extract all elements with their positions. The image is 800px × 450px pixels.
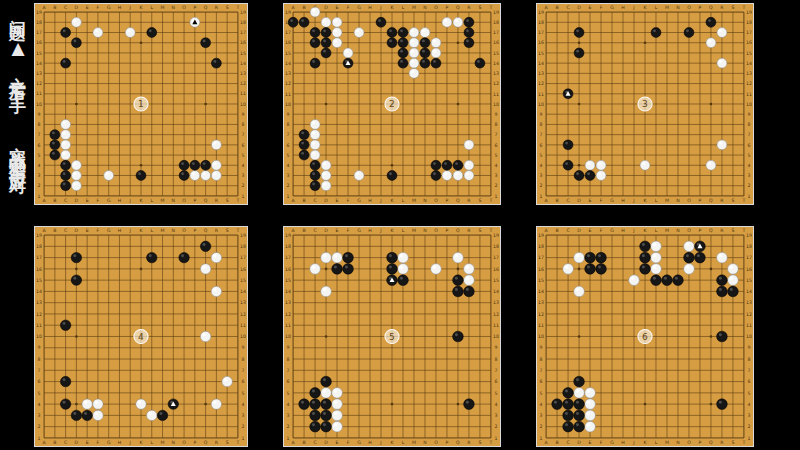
- svg-text:J: J: [632, 228, 634, 233]
- svg-text:7: 7: [540, 132, 543, 137]
- svg-text:5: 5: [287, 391, 290, 396]
- svg-text:15: 15: [240, 278, 246, 283]
- svg-text:E: E: [336, 5, 339, 10]
- svg-text:15: 15: [285, 278, 291, 283]
- svg-text:E: E: [589, 440, 592, 445]
- svg-text:H: H: [368, 5, 372, 10]
- svg-text:11: 11: [746, 323, 752, 328]
- svg-text:9: 9: [287, 112, 290, 117]
- svg-text:8: 8: [494, 122, 497, 127]
- svg-text:2: 2: [747, 424, 750, 429]
- svg-text:G: G: [107, 440, 111, 445]
- svg-text:8: 8: [747, 122, 750, 127]
- problem-caption-vertical: 问题：▲之后下一手 实战定型与应对: [3, 6, 33, 446]
- svg-text:G: G: [357, 440, 361, 445]
- problem-caption-line1: 问题：▲之后下一手: [8, 6, 28, 88]
- svg-text:M: M: [412, 228, 416, 233]
- svg-text:B: B: [555, 198, 558, 203]
- svg-text:F: F: [347, 228, 350, 233]
- svg-text:17: 17: [240, 30, 246, 35]
- svg-text:G: G: [610, 440, 614, 445]
- svg-text:9: 9: [38, 345, 41, 350]
- svg-text:17: 17: [285, 255, 291, 260]
- svg-text:11: 11: [746, 92, 752, 97]
- svg-text:6: 6: [747, 379, 750, 384]
- svg-text:J: J: [129, 5, 131, 10]
- go-board-6: AA1919BB1818CC1717DD1616EE1515FF1414GG13…: [536, 226, 754, 447]
- svg-text:8: 8: [494, 357, 497, 362]
- svg-text:P: P: [193, 228, 196, 233]
- svg-text:15: 15: [746, 278, 752, 283]
- svg-text:D: D: [324, 440, 328, 445]
- svg-text:O: O: [182, 440, 186, 445]
- svg-text:10: 10: [538, 102, 544, 107]
- svg-text:18: 18: [746, 20, 752, 25]
- svg-text:O: O: [687, 5, 691, 10]
- svg-text:S: S: [226, 440, 229, 445]
- svg-text:3: 3: [494, 413, 497, 418]
- svg-text:1: 1: [747, 436, 750, 441]
- svg-text:1: 1: [241, 436, 244, 441]
- svg-text:H: H: [118, 5, 122, 10]
- svg-text:18: 18: [493, 244, 499, 249]
- svg-text:2: 2: [241, 183, 244, 188]
- svg-text:4: 4: [540, 402, 543, 407]
- svg-text:17: 17: [493, 255, 499, 260]
- svg-text:4: 4: [38, 402, 41, 407]
- go-board-2: AA1919BB1818CC1717DD1616EE1515FF1414GG13…: [283, 3, 501, 205]
- svg-text:C: C: [64, 440, 67, 445]
- svg-text:5: 5: [747, 391, 750, 396]
- svg-text:H: H: [118, 228, 122, 233]
- svg-text:13: 13: [36, 71, 42, 76]
- svg-text:F: F: [97, 440, 100, 445]
- svg-text:16: 16: [240, 40, 246, 45]
- svg-text:L: L: [655, 440, 658, 445]
- svg-text:12: 12: [240, 312, 246, 317]
- svg-text:2: 2: [494, 424, 497, 429]
- svg-text:S: S: [226, 5, 229, 10]
- svg-text:7: 7: [38, 132, 41, 137]
- svg-text:5: 5: [287, 153, 290, 158]
- svg-text:3: 3: [540, 413, 543, 418]
- svg-text:19: 19: [240, 233, 246, 238]
- svg-text:O: O: [182, 198, 186, 203]
- svg-text:O: O: [687, 198, 691, 203]
- svg-text:7: 7: [494, 368, 497, 373]
- svg-text:13: 13: [746, 300, 752, 305]
- svg-text:10: 10: [285, 102, 291, 107]
- svg-text:5: 5: [241, 153, 244, 158]
- svg-text:17: 17: [240, 255, 246, 260]
- svg-text:6: 6: [241, 379, 244, 384]
- svg-text:6: 6: [241, 143, 244, 148]
- svg-text:H: H: [621, 5, 625, 10]
- svg-text:S: S: [731, 228, 734, 233]
- svg-text:L: L: [655, 5, 658, 10]
- svg-text:2: 2: [38, 424, 41, 429]
- svg-text:11: 11: [285, 92, 291, 97]
- svg-text:13: 13: [285, 300, 291, 305]
- svg-text:8: 8: [540, 122, 543, 127]
- svg-text:11: 11: [538, 323, 544, 328]
- svg-text:16: 16: [746, 267, 752, 272]
- svg-text:1: 1: [38, 436, 41, 441]
- svg-text:19: 19: [493, 233, 499, 238]
- svg-text:16: 16: [538, 267, 544, 272]
- svg-text:12: 12: [36, 312, 42, 317]
- svg-text:G: G: [610, 228, 614, 233]
- svg-text:Q: Q: [456, 228, 460, 233]
- svg-text:N: N: [172, 198, 175, 203]
- svg-text:13: 13: [493, 300, 499, 305]
- svg-text:11: 11: [36, 323, 42, 328]
- svg-text:O: O: [687, 440, 691, 445]
- svg-text:6: 6: [642, 332, 648, 342]
- svg-text:O: O: [434, 228, 438, 233]
- svg-text:9: 9: [747, 345, 750, 350]
- svg-text:19: 19: [36, 10, 42, 15]
- svg-text:P: P: [446, 228, 449, 233]
- svg-text:15: 15: [493, 278, 499, 283]
- svg-text:7: 7: [540, 368, 543, 373]
- svg-text:T: T: [742, 198, 746, 203]
- go-board-5: AA1919BB1818CC1717DD1616EE1515FF1414GG13…: [283, 226, 501, 447]
- svg-text:F: F: [600, 5, 603, 10]
- svg-text:E: E: [589, 228, 592, 233]
- svg-text:L: L: [655, 198, 658, 203]
- svg-text:4: 4: [287, 163, 290, 168]
- svg-text:G: G: [610, 198, 614, 203]
- svg-text:C: C: [566, 198, 569, 203]
- svg-text:Q: Q: [204, 5, 208, 10]
- svg-text:16: 16: [285, 267, 291, 272]
- svg-text:19: 19: [538, 233, 544, 238]
- svg-text:Q: Q: [204, 228, 208, 233]
- svg-text:J: J: [632, 440, 634, 445]
- svg-text:N: N: [172, 5, 175, 10]
- svg-text:15: 15: [538, 51, 544, 56]
- svg-text:12: 12: [538, 312, 544, 317]
- svg-text:12: 12: [746, 81, 752, 86]
- svg-text:15: 15: [746, 51, 752, 56]
- svg-text:1: 1: [540, 194, 543, 199]
- svg-text:17: 17: [36, 30, 42, 35]
- svg-text:18: 18: [538, 20, 544, 25]
- svg-text:19: 19: [746, 233, 752, 238]
- svg-text:3: 3: [287, 173, 290, 178]
- svg-text:8: 8: [540, 357, 543, 362]
- svg-text:S: S: [478, 5, 481, 10]
- svg-text:F: F: [600, 228, 603, 233]
- svg-text:16: 16: [493, 40, 499, 45]
- svg-text:5: 5: [494, 391, 497, 396]
- svg-text:P: P: [699, 5, 702, 10]
- svg-text:15: 15: [36, 51, 42, 56]
- svg-text:Q: Q: [456, 198, 460, 203]
- svg-text:G: G: [610, 5, 614, 10]
- svg-text:M: M: [412, 198, 416, 203]
- svg-text:T: T: [489, 5, 493, 10]
- svg-text:F: F: [347, 198, 350, 203]
- svg-text:18: 18: [493, 20, 499, 25]
- svg-text:H: H: [621, 198, 625, 203]
- svg-text:M: M: [161, 5, 165, 10]
- go-board-1: AA1919BB1818CC1717DD1616EE1515FF1414GG13…: [34, 3, 248, 205]
- svg-text:4: 4: [747, 163, 750, 168]
- svg-text:2: 2: [540, 183, 543, 188]
- svg-text:8: 8: [38, 122, 41, 127]
- svg-text:O: O: [434, 5, 438, 10]
- svg-text:B: B: [302, 440, 305, 445]
- svg-text:18: 18: [240, 20, 246, 25]
- svg-text:E: E: [86, 228, 89, 233]
- svg-text:4: 4: [494, 402, 497, 407]
- svg-text:B: B: [53, 5, 56, 10]
- svg-text:13: 13: [36, 300, 42, 305]
- svg-text:S: S: [478, 198, 481, 203]
- svg-text:M: M: [412, 440, 416, 445]
- svg-text:G: G: [107, 198, 111, 203]
- svg-text:T: T: [489, 198, 493, 203]
- svg-text:3: 3: [38, 413, 41, 418]
- svg-text:4: 4: [540, 163, 543, 168]
- svg-text:M: M: [665, 228, 669, 233]
- svg-text:5: 5: [494, 153, 497, 158]
- svg-text:11: 11: [240, 92, 246, 97]
- svg-text:M: M: [665, 440, 669, 445]
- svg-text:E: E: [86, 198, 89, 203]
- svg-text:M: M: [161, 440, 165, 445]
- svg-text:1: 1: [540, 436, 543, 441]
- svg-text:5: 5: [540, 153, 543, 158]
- svg-text:L: L: [150, 440, 153, 445]
- svg-text:N: N: [172, 228, 175, 233]
- svg-text:5: 5: [241, 391, 244, 396]
- svg-text:1: 1: [38, 194, 41, 199]
- svg-text:8: 8: [287, 122, 290, 127]
- svg-text:B: B: [555, 5, 558, 10]
- svg-text:C: C: [64, 5, 67, 10]
- svg-text:7: 7: [287, 368, 290, 373]
- svg-text:N: N: [172, 440, 175, 445]
- svg-text:D: D: [577, 440, 581, 445]
- svg-text:19: 19: [36, 233, 42, 238]
- svg-text:9: 9: [540, 345, 543, 350]
- svg-text:S: S: [478, 440, 481, 445]
- svg-text:17: 17: [285, 30, 291, 35]
- svg-text:3: 3: [747, 413, 750, 418]
- svg-text:L: L: [402, 228, 405, 233]
- svg-text:O: O: [687, 228, 691, 233]
- svg-text:P: P: [193, 198, 196, 203]
- svg-text:B: B: [555, 440, 558, 445]
- svg-text:S: S: [478, 228, 481, 233]
- svg-text:E: E: [86, 440, 89, 445]
- svg-text:P: P: [193, 5, 196, 10]
- svg-text:J: J: [129, 198, 131, 203]
- svg-text:Q: Q: [709, 228, 713, 233]
- svg-text:9: 9: [38, 112, 41, 117]
- svg-text:12: 12: [538, 81, 544, 86]
- svg-text:F: F: [600, 440, 603, 445]
- svg-text:11: 11: [493, 323, 499, 328]
- svg-text:Q: Q: [709, 440, 713, 445]
- svg-text:J: J: [632, 198, 634, 203]
- svg-text:15: 15: [285, 51, 291, 56]
- svg-text:6: 6: [287, 143, 290, 148]
- svg-text:M: M: [665, 198, 669, 203]
- svg-text:9: 9: [241, 345, 244, 350]
- svg-text:6: 6: [38, 379, 41, 384]
- svg-text:E: E: [86, 5, 89, 10]
- svg-text:13: 13: [538, 71, 544, 76]
- svg-text:Q: Q: [456, 440, 460, 445]
- svg-text:4: 4: [38, 163, 41, 168]
- svg-text:D: D: [75, 440, 79, 445]
- svg-text:7: 7: [747, 368, 750, 373]
- svg-text:3: 3: [494, 173, 497, 178]
- svg-text:16: 16: [493, 267, 499, 272]
- svg-text:6: 6: [540, 379, 543, 384]
- svg-text:16: 16: [36, 40, 42, 45]
- svg-text:6: 6: [540, 143, 543, 148]
- svg-text:6: 6: [494, 379, 497, 384]
- svg-text:13: 13: [493, 71, 499, 76]
- svg-text:3: 3: [241, 173, 244, 178]
- svg-text:O: O: [182, 5, 186, 10]
- svg-text:D: D: [75, 228, 79, 233]
- svg-text:14: 14: [746, 61, 752, 66]
- svg-text:T: T: [236, 5, 240, 10]
- svg-text:3: 3: [241, 413, 244, 418]
- svg-text:17: 17: [538, 30, 544, 35]
- svg-text:T: T: [489, 228, 493, 233]
- svg-text:F: F: [600, 198, 603, 203]
- svg-text:F: F: [97, 198, 100, 203]
- svg-text:E: E: [336, 198, 339, 203]
- svg-text:9: 9: [241, 112, 244, 117]
- svg-text:D: D: [577, 228, 581, 233]
- svg-text:J: J: [379, 440, 381, 445]
- svg-text:17: 17: [538, 255, 544, 260]
- svg-text:16: 16: [240, 267, 246, 272]
- svg-text:17: 17: [36, 255, 42, 260]
- svg-text:O: O: [434, 198, 438, 203]
- svg-text:L: L: [655, 228, 658, 233]
- svg-text:13: 13: [538, 300, 544, 305]
- svg-text:7: 7: [241, 132, 244, 137]
- svg-text:C: C: [313, 440, 316, 445]
- svg-text:13: 13: [240, 71, 246, 76]
- svg-text:G: G: [107, 228, 111, 233]
- svg-text:15: 15: [493, 51, 499, 56]
- svg-text:D: D: [324, 5, 328, 10]
- svg-text:1: 1: [747, 194, 750, 199]
- svg-text:5: 5: [38, 391, 41, 396]
- svg-text:N: N: [423, 228, 426, 233]
- svg-text:D: D: [577, 5, 581, 10]
- svg-text:E: E: [589, 5, 592, 10]
- svg-text:4: 4: [138, 332, 144, 342]
- svg-text:D: D: [324, 198, 328, 203]
- svg-text:M: M: [665, 5, 669, 10]
- svg-text:C: C: [313, 228, 316, 233]
- svg-text:B: B: [53, 198, 56, 203]
- svg-text:19: 19: [746, 10, 752, 15]
- svg-text:10: 10: [240, 334, 246, 339]
- svg-text:6: 6: [747, 143, 750, 148]
- svg-text:16: 16: [538, 40, 544, 45]
- svg-text:J: J: [129, 440, 131, 445]
- svg-text:6: 6: [494, 143, 497, 148]
- svg-text:14: 14: [538, 289, 544, 294]
- svg-text:P: P: [699, 228, 702, 233]
- svg-text:L: L: [402, 5, 405, 10]
- svg-text:13: 13: [746, 71, 752, 76]
- svg-text:D: D: [75, 198, 79, 203]
- svg-text:10: 10: [36, 102, 42, 107]
- svg-text:B: B: [53, 440, 56, 445]
- svg-text:8: 8: [747, 357, 750, 362]
- svg-text:M: M: [161, 198, 165, 203]
- svg-text:17: 17: [746, 255, 752, 260]
- svg-text:14: 14: [36, 289, 42, 294]
- svg-text:10: 10: [746, 334, 752, 339]
- svg-text:J: J: [379, 228, 381, 233]
- svg-text:B: B: [53, 228, 56, 233]
- svg-text:N: N: [423, 440, 426, 445]
- svg-text:2: 2: [540, 424, 543, 429]
- svg-text:14: 14: [746, 289, 752, 294]
- svg-text:2: 2: [389, 99, 395, 109]
- svg-text:19: 19: [493, 10, 499, 15]
- svg-text:3: 3: [287, 413, 290, 418]
- svg-text:2: 2: [241, 424, 244, 429]
- go-board-3: AA1919BB1818CC1717DD1616EE1515FF1414GG13…: [536, 3, 754, 205]
- svg-text:14: 14: [493, 289, 499, 294]
- svg-text:F: F: [347, 5, 350, 10]
- svg-text:B: B: [302, 5, 305, 10]
- svg-text:9: 9: [747, 112, 750, 117]
- svg-text:14: 14: [36, 61, 42, 66]
- svg-text:M: M: [412, 5, 416, 10]
- svg-text:H: H: [621, 228, 625, 233]
- svg-text:P: P: [446, 5, 449, 10]
- svg-text:Q: Q: [709, 5, 713, 10]
- svg-text:B: B: [302, 228, 305, 233]
- svg-text:14: 14: [240, 61, 246, 66]
- svg-text:D: D: [75, 5, 79, 10]
- svg-text:2: 2: [747, 183, 750, 188]
- svg-text:2: 2: [287, 424, 290, 429]
- svg-text:15: 15: [240, 51, 246, 56]
- svg-text:2: 2: [38, 183, 41, 188]
- svg-text:19: 19: [538, 10, 544, 15]
- svg-text:N: N: [676, 5, 679, 10]
- svg-text:P: P: [193, 440, 196, 445]
- svg-text:B: B: [555, 228, 558, 233]
- svg-text:19: 19: [285, 233, 291, 238]
- svg-text:3: 3: [642, 99, 648, 109]
- svg-text:N: N: [676, 440, 679, 445]
- svg-text:M: M: [161, 228, 165, 233]
- svg-text:16: 16: [285, 40, 291, 45]
- svg-text:2: 2: [287, 183, 290, 188]
- svg-text:9: 9: [540, 112, 543, 117]
- svg-text:11: 11: [240, 323, 246, 328]
- svg-text:8: 8: [241, 357, 244, 362]
